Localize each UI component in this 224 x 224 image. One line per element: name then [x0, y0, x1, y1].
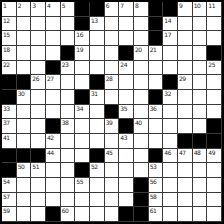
white-cell-r15c8[interactable] — [105, 207, 120, 222]
white-cell-r13c9[interactable] — [119, 178, 134, 193]
white-cell-r4c8[interactable] — [105, 46, 120, 61]
white-cell-r3c7[interactable] — [90, 31, 105, 46]
clue-number-16: 16 — [76, 31, 83, 38]
white-cell-r11c9[interactable] — [119, 149, 134, 164]
white-cell-r3c3[interactable] — [31, 31, 46, 46]
black-cell-r12c1 — [2, 163, 17, 178]
white-cell-r10c11[interactable] — [149, 134, 164, 149]
white-cell-r12c8[interactable] — [105, 163, 120, 178]
white-cell-r3c6[interactable]: 16 — [75, 31, 90, 46]
white-cell-r15c14[interactable] — [193, 207, 208, 222]
white-cell-r14c15[interactable] — [207, 193, 222, 208]
white-cell-r6c13[interactable]: 29 — [178, 75, 193, 90]
white-cell-r7c7[interactable]: 31 — [90, 90, 105, 105]
clue-number-2: 2 — [18, 2, 21, 9]
white-cell-r1c3[interactable]: 3 — [31, 2, 46, 17]
white-cell-r2c4[interactable] — [46, 17, 61, 32]
white-cell-r8c1[interactable]: 33 — [2, 105, 17, 120]
black-cell-r2c11 — [149, 17, 164, 32]
black-cell-r15c4 — [46, 207, 61, 222]
white-cell-r8c14[interactable] — [193, 105, 208, 120]
white-cell-r13c1[interactable]: 54 — [2, 178, 17, 193]
clue-number-15: 15 — [3, 31, 10, 38]
white-cell-r4c1[interactable]: 18 — [2, 46, 17, 61]
white-cell-r5c2[interactable] — [17, 61, 32, 76]
clue-number-11: 11 — [208, 2, 215, 9]
white-cell-r1c10[interactable]: 8 — [134, 2, 149, 17]
white-cell-r2c15[interactable] — [207, 17, 222, 32]
white-cell-r13c8[interactable] — [105, 178, 120, 193]
white-cell-r7c13[interactable] — [178, 90, 193, 105]
white-cell-r1c14[interactable]: 10 — [193, 2, 208, 17]
clue-number-20: 20 — [135, 46, 142, 53]
clue-number-52: 52 — [91, 163, 98, 170]
white-cell-r4c4[interactable] — [46, 46, 61, 61]
white-cell-r12c14[interactable] — [193, 163, 208, 178]
white-cell-r9c5[interactable]: 38 — [61, 119, 76, 134]
clue-number-31: 31 — [91, 90, 98, 97]
black-cell-r7c1 — [2, 90, 17, 105]
white-cell-r14c13[interactable] — [178, 193, 193, 208]
white-cell-r11c5[interactable] — [61, 149, 76, 164]
white-cell-r9c12[interactable] — [163, 119, 178, 134]
white-cell-r13c15[interactable] — [207, 178, 222, 193]
white-cell-r15c5[interactable]: 60 — [61, 207, 76, 222]
white-cell-r15c3[interactable] — [31, 207, 46, 222]
white-cell-r4c7[interactable] — [90, 46, 105, 61]
white-cell-r15c7[interactable] — [90, 207, 105, 222]
white-cell-r3c12[interactable]: 17 — [163, 31, 178, 46]
white-cell-r6c5[interactable] — [61, 75, 76, 90]
white-cell-r9c14[interactable] — [193, 119, 208, 134]
white-cell-r8c6[interactable]: 34 — [75, 105, 90, 120]
white-cell-r13c2[interactable] — [17, 178, 32, 193]
clue-number-9: 9 — [179, 2, 182, 9]
black-cell-r5c4 — [46, 61, 61, 76]
white-cell-r9c13[interactable] — [178, 119, 193, 134]
white-cell-r5c12[interactable] — [163, 61, 178, 76]
white-cell-r2c1[interactable]: 12 — [2, 17, 17, 32]
white-cell-r5c8[interactable] — [105, 61, 120, 76]
clue-number-8: 8 — [135, 2, 138, 9]
clue-number-10: 10 — [194, 2, 201, 9]
white-cell-r1c13[interactable]: 9 — [178, 2, 193, 17]
black-cell-r2c6 — [75, 17, 90, 32]
clue-number-28: 28 — [106, 75, 113, 82]
white-cell-r7c10[interactable] — [134, 90, 149, 105]
black-cell-r6c1 — [2, 75, 17, 90]
white-cell-r3c15[interactable] — [207, 31, 222, 46]
white-cell-r6c14[interactable] — [193, 75, 208, 90]
white-cell-r11c12[interactable]: 46 — [163, 149, 178, 164]
white-cell-r4c14[interactable] — [193, 46, 208, 61]
white-cell-r5c15[interactable]: 25 — [207, 61, 222, 76]
black-cell-r8c8 — [105, 105, 120, 120]
white-cell-r8c15[interactable] — [207, 105, 222, 120]
clue-number-43: 43 — [120, 134, 127, 141]
white-cell-r7c5[interactable] — [61, 90, 76, 105]
white-cell-r13c12[interactable] — [163, 178, 178, 193]
white-cell-r2c14[interactable] — [193, 17, 208, 32]
white-cell-r6c10[interactable] — [134, 75, 149, 90]
white-cell-r12c11[interactable]: 53 — [149, 163, 164, 178]
clue-number-57: 57 — [3, 193, 10, 200]
white-cell-r2c13[interactable] — [178, 17, 193, 32]
white-cell-r3c14[interactable] — [193, 31, 208, 46]
white-cell-r3c8[interactable] — [105, 31, 120, 46]
white-cell-r9c10[interactable]: 40 — [134, 119, 149, 134]
white-cell-r5c10[interactable] — [134, 61, 149, 76]
white-cell-r11c6[interactable] — [75, 149, 90, 164]
white-cell-r13c3[interactable] — [31, 178, 46, 193]
black-cell-r7c11 — [149, 90, 164, 105]
white-cell-r14c1[interactable]: 57 — [2, 193, 17, 208]
black-cell-r10c13 — [178, 134, 193, 149]
clue-number-17: 17 — [164, 31, 171, 38]
white-cell-r15c13[interactable] — [178, 207, 193, 222]
white-cell-r5c14[interactable] — [193, 61, 208, 76]
white-cell-r7c12[interactable]: 32 — [163, 90, 178, 105]
white-cell-r1c2[interactable]: 2 — [17, 2, 32, 17]
white-cell-r12c15[interactable] — [207, 163, 222, 178]
clue-number-4: 4 — [47, 2, 50, 9]
clue-number-14: 14 — [164, 17, 171, 24]
white-cell-r4c2[interactable] — [17, 46, 32, 61]
white-cell-r6c4[interactable]: 27 — [46, 75, 61, 90]
white-cell-r2c5[interactable] — [61, 17, 76, 32]
black-cell-r4c15 — [207, 46, 222, 61]
clue-number-56: 56 — [150, 178, 157, 185]
white-cell-r1c4[interactable]: 4 — [46, 2, 61, 17]
white-cell-r10c2[interactable] — [17, 134, 32, 149]
white-cell-r5c1[interactable]: 22 — [2, 61, 17, 76]
black-cell-r13c10 — [134, 178, 149, 193]
white-cell-r8c9[interactable]: 35 — [119, 105, 134, 120]
black-cell-r9c15 — [207, 119, 222, 134]
white-cell-r11c15[interactable]: 49 — [207, 149, 222, 164]
clue-number-58: 58 — [150, 193, 157, 200]
white-cell-r8c3[interactable] — [31, 105, 46, 120]
clue-number-22: 22 — [3, 61, 10, 68]
white-cell-r10c4[interactable]: 42 — [46, 134, 61, 149]
white-cell-r12c10[interactable] — [134, 163, 149, 178]
white-cell-r12c5[interactable] — [61, 163, 76, 178]
white-cell-r9c1[interactable]: 37 — [2, 119, 17, 134]
white-cell-r10c12[interactable] — [163, 134, 178, 149]
clue-number-46: 46 — [164, 149, 171, 156]
white-cell-r2c3[interactable] — [31, 17, 46, 32]
clue-number-39: 39 — [106, 119, 113, 126]
black-cell-r3c11 — [149, 31, 164, 46]
white-cell-r14c14[interactable] — [193, 193, 208, 208]
clue-number-59: 59 — [3, 207, 10, 214]
clue-number-34: 34 — [76, 105, 83, 112]
black-cell-r11c3 — [31, 149, 46, 164]
white-cell-r2c8[interactable] — [105, 17, 120, 32]
black-cell-r12c6 — [75, 163, 90, 178]
white-cell-r8c2[interactable] — [17, 105, 32, 120]
black-cell-r7c6 — [75, 90, 90, 105]
white-cell-r10c7[interactable] — [90, 134, 105, 149]
white-cell-r7c14[interactable] — [193, 90, 208, 105]
white-cell-r5c5[interactable]: 23 — [61, 61, 76, 76]
white-cell-r14c12[interactable] — [163, 193, 178, 208]
white-cell-r12c9[interactable] — [119, 163, 134, 178]
white-cell-r10c5[interactable] — [61, 134, 76, 149]
white-cell-r5c6[interactable] — [75, 61, 90, 76]
black-cell-r9c9 — [119, 119, 134, 134]
white-cell-r10c9[interactable]: 43 — [119, 134, 134, 149]
white-cell-r6c11[interactable] — [149, 75, 164, 90]
white-cell-r1c1[interactable]: 1 — [2, 2, 17, 17]
black-cell-r4c5 — [61, 46, 76, 61]
white-cell-r10c1[interactable]: 41 — [2, 134, 17, 149]
white-cell-r3c1[interactable]: 15 — [2, 31, 17, 46]
clue-number-38: 38 — [62, 119, 69, 126]
white-cell-r10c10[interactable] — [134, 134, 149, 149]
black-cell-r6c2 — [17, 75, 32, 90]
white-cell-r15c15[interactable] — [207, 207, 222, 222]
white-cell-r14c2[interactable] — [17, 193, 32, 208]
black-cell-r10c15 — [207, 134, 222, 149]
white-cell-r2c9[interactable] — [119, 17, 134, 32]
white-cell-r8c4[interactable] — [46, 105, 61, 120]
white-cell-r4c11[interactable]: 21 — [149, 46, 164, 61]
white-cell-r9c7[interactable] — [90, 119, 105, 134]
black-cell-r1c11 — [149, 2, 164, 17]
clue-number-50: 50 — [18, 163, 25, 170]
white-cell-r5c11[interactable] — [149, 61, 164, 76]
white-cell-r14c8[interactable] — [105, 193, 120, 208]
black-cell-r4c9 — [119, 46, 134, 61]
white-cell-r2c10[interactable] — [134, 17, 149, 32]
clue-number-12: 12 — [3, 17, 10, 24]
clue-number-30: 30 — [18, 90, 25, 97]
white-cell-r7c4[interactable] — [46, 90, 61, 105]
black-cell-r11c7 — [90, 149, 105, 164]
clue-number-37: 37 — [3, 119, 10, 126]
clue-number-48: 48 — [194, 149, 201, 156]
crossword-grid: 1234567891011121314151617181920212223242… — [0, 0, 224, 224]
white-cell-r9c6[interactable] — [75, 119, 90, 134]
white-cell-r6c9[interactable] — [119, 75, 134, 90]
clue-number-18: 18 — [3, 46, 10, 53]
clue-number-25: 25 — [208, 61, 215, 68]
white-cell-r1c15[interactable]: 11 — [207, 2, 222, 17]
clue-number-40: 40 — [135, 119, 142, 126]
white-cell-r7c15[interactable] — [207, 90, 222, 105]
white-cell-r8c11[interactable]: 36 — [149, 105, 164, 120]
clue-number-27: 27 — [47, 75, 54, 82]
clue-number-60: 60 — [62, 207, 69, 214]
clue-number-21: 21 — [150, 46, 157, 53]
black-cell-r14c10 — [134, 193, 149, 208]
white-cell-r11c14[interactable]: 48 — [193, 149, 208, 164]
black-cell-r11c2 — [17, 149, 32, 164]
white-cell-r12c13[interactable] — [178, 163, 193, 178]
white-cell-r13c7[interactable] — [90, 178, 105, 193]
white-cell-r3c10[interactable] — [134, 31, 149, 46]
clue-number-47: 47 — [179, 149, 186, 156]
black-cell-r9c4 — [46, 119, 61, 134]
white-cell-r13c4[interactable] — [46, 178, 61, 193]
clue-number-54: 54 — [3, 178, 10, 185]
white-cell-r15c2[interactable] — [17, 207, 32, 222]
clue-number-29: 29 — [179, 75, 186, 82]
clue-number-35: 35 — [120, 105, 127, 112]
black-cell-r10c14 — [193, 134, 208, 149]
white-cell-r3c2[interactable] — [17, 31, 32, 46]
white-cell-r8c13[interactable] — [178, 105, 193, 120]
clue-number-5: 5 — [62, 2, 65, 9]
clue-number-45: 45 — [106, 149, 113, 156]
white-cell-r14c7[interactable] — [90, 193, 105, 208]
white-cell-r5c13[interactable] — [178, 61, 193, 76]
white-cell-r3c5[interactable] — [61, 31, 76, 46]
black-cell-r1c7 — [90, 2, 105, 17]
white-cell-r8c10[interactable] — [134, 105, 149, 120]
white-cell-r9c3[interactable] — [31, 119, 46, 134]
black-cell-r11c1 — [2, 149, 17, 164]
black-cell-r15c9 — [119, 207, 134, 222]
white-cell-r8c5[interactable] — [61, 105, 76, 120]
white-cell-r9c2[interactable] — [17, 119, 32, 134]
clue-number-53: 53 — [150, 163, 157, 170]
white-cell-r5c7[interactable] — [90, 61, 105, 76]
clue-number-42: 42 — [47, 134, 54, 141]
white-cell-r1c8[interactable]: 6 — [105, 2, 120, 17]
white-cell-r14c4[interactable] — [46, 193, 61, 208]
white-cell-r4c13[interactable] — [178, 46, 193, 61]
white-cell-r15c1[interactable]: 59 — [2, 207, 17, 222]
white-cell-r4c6[interactable]: 19 — [75, 46, 90, 61]
white-cell-r2c2[interactable] — [17, 17, 32, 32]
clue-number-51: 51 — [32, 163, 39, 170]
clue-number-6: 6 — [106, 2, 109, 9]
clue-number-24: 24 — [120, 61, 127, 68]
clue-number-49: 49 — [208, 149, 215, 156]
black-cell-r15c10 — [134, 207, 149, 222]
white-cell-r11c4[interactable]: 44 — [46, 149, 61, 164]
clue-number-3: 3 — [32, 2, 35, 9]
clue-number-36: 36 — [150, 105, 157, 112]
white-cell-r3c9[interactable] — [119, 31, 134, 46]
white-cell-r7c9[interactable] — [119, 90, 134, 105]
white-cell-r13c13[interactable] — [178, 178, 193, 193]
white-cell-r9c8[interactable]: 39 — [105, 119, 120, 134]
white-cell-r14c6[interactable] — [75, 193, 90, 208]
white-cell-r10c6[interactable] — [75, 134, 90, 149]
clue-number-1: 1 — [3, 2, 6, 9]
white-cell-r10c3[interactable] — [31, 134, 46, 149]
clue-number-41: 41 — [3, 134, 10, 141]
white-cell-r5c3[interactable] — [31, 61, 46, 76]
white-cell-r1c5[interactable]: 5 — [61, 2, 76, 17]
white-cell-r12c3[interactable]: 51 — [31, 163, 46, 178]
clue-number-7: 7 — [120, 2, 123, 9]
white-cell-r10c8[interactable] — [105, 134, 120, 149]
white-cell-r12c12[interactable] — [163, 163, 178, 178]
white-cell-r13c5[interactable] — [61, 178, 76, 193]
white-cell-r13c14[interactable] — [193, 178, 208, 193]
white-cell-r6c15[interactable] — [207, 75, 222, 90]
white-cell-r6c8[interactable]: 28 — [105, 75, 120, 90]
black-cell-r11c11 — [149, 149, 164, 164]
white-cell-r14c11[interactable]: 58 — [149, 193, 164, 208]
white-cell-r7c8[interactable] — [105, 90, 120, 105]
white-cell-r2c12[interactable]: 14 — [163, 17, 178, 32]
white-cell-r7c2[interactable]: 30 — [17, 90, 32, 105]
white-cell-r14c3[interactable] — [31, 193, 46, 208]
white-cell-r4c3[interactable] — [31, 46, 46, 61]
white-cell-r15c11[interactable]: 61 — [149, 207, 164, 222]
white-cell-r15c6[interactable] — [75, 207, 90, 222]
white-cell-r8c7[interactable] — [90, 105, 105, 120]
clue-number-23: 23 — [62, 61, 69, 68]
white-cell-r9c11[interactable] — [149, 119, 164, 134]
white-cell-r3c4[interactable] — [46, 31, 61, 46]
white-cell-r6c3[interactable]: 26 — [31, 75, 46, 90]
white-cell-r14c9[interactable] — [119, 193, 134, 208]
clue-number-44: 44 — [47, 149, 54, 156]
black-cell-r6c12 — [163, 75, 178, 90]
white-cell-r11c10[interactable] — [134, 149, 149, 164]
white-cell-r5c9[interactable]: 24 — [119, 61, 134, 76]
white-cell-r13c6[interactable]: 55 — [75, 178, 90, 193]
black-cell-r1c12 — [163, 2, 178, 17]
clue-number-13: 13 — [91, 17, 98, 24]
black-cell-r6c7 — [90, 75, 105, 90]
white-cell-r4c12[interactable] — [163, 46, 178, 61]
clue-number-19: 19 — [76, 46, 83, 53]
white-cell-r1c9[interactable]: 7 — [119, 2, 134, 17]
clue-number-61: 61 — [150, 207, 157, 214]
clue-number-55: 55 — [76, 178, 83, 185]
white-cell-r13c11[interactable]: 56 — [149, 178, 164, 193]
clue-number-32: 32 — [164, 90, 171, 97]
white-cell-r12c7[interactable]: 52 — [90, 163, 105, 178]
white-cell-r3c13[interactable] — [178, 31, 193, 46]
clue-number-26: 26 — [32, 75, 39, 82]
clue-number-33: 33 — [3, 105, 10, 112]
white-cell-r4c10[interactable]: 20 — [134, 46, 149, 61]
white-cell-r8c12[interactable] — [163, 105, 178, 120]
white-cell-r15c12[interactable] — [163, 207, 178, 222]
white-cell-r12c4[interactable] — [46, 163, 61, 178]
white-cell-r12c2[interactable]: 50 — [17, 163, 32, 178]
white-cell-r14c5[interactable] — [61, 193, 76, 208]
white-cell-r7c3[interactable] — [31, 90, 46, 105]
white-cell-r11c13[interactable]: 47 — [178, 149, 193, 164]
white-cell-r11c8[interactable]: 45 — [105, 149, 120, 164]
black-cell-r1c6 — [75, 2, 90, 17]
white-cell-r2c7[interactable]: 13 — [90, 17, 105, 32]
white-cell-r6c6[interactable] — [75, 75, 90, 90]
